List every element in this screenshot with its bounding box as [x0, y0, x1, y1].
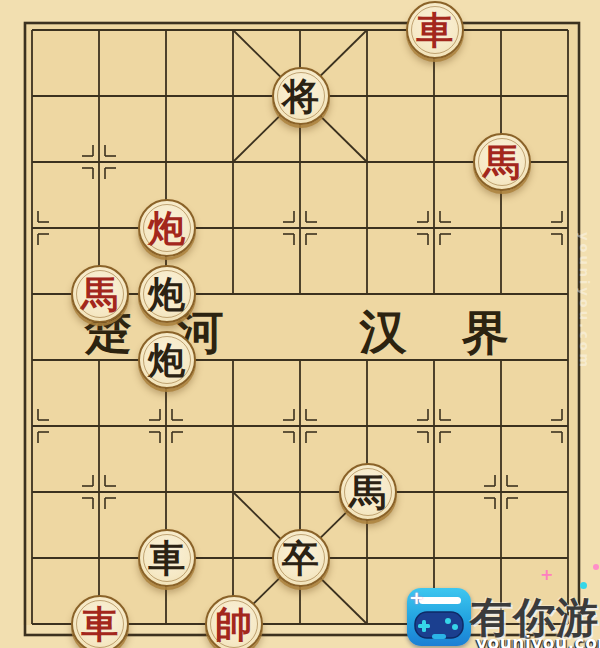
board-cell[interactable]	[267, 591, 334, 648]
board-cell[interactable]	[535, 0, 600, 63]
board-intersections: 車将馬炮馬炮炮馬車卒車帥	[0, 0, 600, 648]
board-cell[interactable]	[401, 393, 468, 459]
board-cell[interactable]: 車	[66, 591, 133, 648]
board-cell[interactable]	[401, 327, 468, 393]
board-cell[interactable]	[66, 63, 133, 129]
piece-red-chariot[interactable]: 車	[71, 595, 129, 648]
board-cell[interactable]	[133, 0, 200, 63]
piece-glyph: 車	[416, 12, 453, 49]
board-cell[interactable]	[66, 195, 133, 261]
piece-black-cannon[interactable]: 炮	[138, 331, 196, 389]
board-cell[interactable]: 車	[133, 525, 200, 591]
board-cell[interactable]	[468, 63, 535, 129]
board-cell[interactable]	[200, 327, 267, 393]
board-cell[interactable]	[66, 393, 133, 459]
board-cell[interactable]	[0, 261, 66, 327]
board-cell[interactable]	[0, 459, 66, 525]
board-cell[interactable]	[200, 63, 267, 129]
board-cell[interactable]	[0, 0, 66, 63]
board-cell[interactable]	[66, 459, 133, 525]
board-cell[interactable]	[468, 261, 535, 327]
board-cell[interactable]	[66, 327, 133, 393]
board-cell[interactable]	[468, 195, 535, 261]
board-cell[interactable]	[267, 327, 334, 393]
board-cell[interactable]	[0, 129, 66, 195]
board-cell[interactable]	[200, 393, 267, 459]
board-cell[interactable]	[468, 393, 535, 459]
board-cell[interactable]	[200, 525, 267, 591]
board-cell[interactable]	[334, 327, 401, 393]
board-cell[interactable]: 将	[267, 63, 334, 129]
board-cell[interactable]	[0, 327, 66, 393]
piece-red-general[interactable]: 帥	[205, 595, 263, 648]
piece-black-chariot[interactable]: 車	[138, 529, 196, 587]
board-cell[interactable]	[133, 459, 200, 525]
board-cell[interactable]	[267, 459, 334, 525]
board-cell[interactable]	[267, 0, 334, 63]
piece-glyph: 車	[81, 606, 118, 643]
board-cell[interactable]	[334, 63, 401, 129]
board-cell[interactable]	[535, 459, 600, 525]
board-cell[interactable]	[0, 525, 66, 591]
loading-bar-icon	[419, 597, 461, 604]
board-cell[interactable]: 馬	[334, 459, 401, 525]
board-cell[interactable]	[200, 195, 267, 261]
board-cell[interactable]: 帥	[200, 591, 267, 648]
piece-red-cannon[interactable]: 炮	[138, 199, 196, 257]
board-cell[interactable]	[267, 393, 334, 459]
piece-glyph: 馬	[81, 276, 118, 313]
board-cell[interactable]	[334, 591, 401, 648]
board-cell[interactable]	[200, 129, 267, 195]
watermark-vertical-domain: youniyou.com	[577, 232, 592, 462]
watermark-domain-text: youniyou.com	[476, 633, 600, 648]
piece-red-horse[interactable]: 馬	[473, 133, 531, 191]
piece-glyph: 炮	[148, 342, 185, 379]
board-cell[interactable]	[267, 195, 334, 261]
board-cell[interactable]	[133, 63, 200, 129]
board-cell[interactable]	[66, 525, 133, 591]
board-cell[interactable]	[334, 129, 401, 195]
piece-black-soldier[interactable]: 卒	[272, 529, 330, 587]
board-cell[interactable]	[267, 261, 334, 327]
board-cell[interactable]	[401, 63, 468, 129]
piece-black-general[interactable]: 将	[272, 67, 330, 125]
board-cell[interactable]	[0, 591, 66, 648]
sparkle-plus-icon: +	[409, 590, 425, 606]
board-cell[interactable]	[267, 129, 334, 195]
piece-red-horse[interactable]: 馬	[71, 265, 129, 323]
board-cell[interactable]	[401, 195, 468, 261]
piece-glyph: 帥	[215, 606, 252, 643]
board-cell[interactable]	[401, 459, 468, 525]
board-cell[interactable]	[401, 129, 468, 195]
board-cell[interactable]	[0, 393, 66, 459]
xiangqi-screenshot: 楚 河 汉 界 車将馬炮馬炮炮馬車卒車帥 youniyou.com + 有你游 …	[0, 0, 600, 648]
board-cell[interactable]: 炮	[133, 327, 200, 393]
board-cell[interactable]	[334, 0, 401, 63]
piece-black-cannon[interactable]: 炮	[138, 265, 196, 323]
board-cell[interactable]	[0, 195, 66, 261]
piece-glyph: 馬	[483, 144, 520, 181]
board-cell[interactable]: 炮	[133, 195, 200, 261]
board-cell[interactable]	[200, 459, 267, 525]
piece-glyph: 炮	[148, 276, 185, 313]
board-cell[interactable]	[535, 63, 600, 129]
piece-glyph: 将	[282, 78, 319, 115]
board-cell[interactable]: 炮	[133, 261, 200, 327]
board-cell[interactable]	[66, 129, 133, 195]
piece-red-chariot[interactable]: 車	[406, 1, 464, 59]
board-cell[interactable]	[133, 591, 200, 648]
board-cell[interactable]	[334, 525, 401, 591]
board-cell[interactable]	[200, 0, 267, 63]
board-cell[interactable]	[133, 393, 200, 459]
board-cell[interactable]	[0, 63, 66, 129]
piece-black-horse[interactable]: 馬	[339, 463, 397, 521]
gamepad-icon	[414, 608, 464, 642]
piece-glyph: 馬	[349, 474, 386, 511]
board-cell[interactable]	[468, 459, 535, 525]
board-cell[interactable]	[468, 327, 535, 393]
sparkle-plus-icon: +	[540, 568, 553, 582]
board-cell[interactable]	[66, 0, 133, 63]
watermark-app-icon: +	[407, 588, 471, 646]
piece-glyph: 車	[148, 540, 185, 577]
board-cell[interactable]	[334, 261, 401, 327]
sparkle-dot-icon	[593, 564, 599, 570]
board-cell[interactable]	[535, 129, 600, 195]
board-cell[interactable]	[334, 393, 401, 459]
piece-glyph: 卒	[282, 540, 319, 577]
board-cell[interactable]	[200, 261, 267, 327]
board-cell[interactable]	[401, 261, 468, 327]
board-cell[interactable]	[133, 129, 200, 195]
watermark: + 有你游 youniyou.com +	[404, 560, 600, 648]
board-cell[interactable]: 馬	[66, 261, 133, 327]
board-cell[interactable]	[468, 0, 535, 63]
board-cell[interactable]: 馬	[468, 129, 535, 195]
piece-glyph: 炮	[148, 210, 185, 247]
board-cell[interactable]: 車	[401, 0, 468, 63]
board-cell[interactable]	[334, 195, 401, 261]
board-cell[interactable]: 卒	[267, 525, 334, 591]
sparkle-dot-icon	[580, 582, 587, 589]
